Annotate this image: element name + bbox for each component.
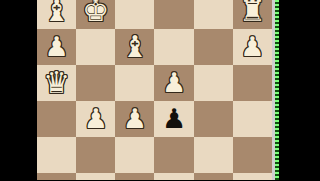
white-bishop-piece[interactable]: ♝ [43,0,70,29]
square-r0-c0[interactable]: ♝ [37,0,76,29]
square-r5-c5[interactable] [233,173,272,181]
square-r4-c0[interactable] [37,137,76,173]
square-r4-c1[interactable] [76,137,115,173]
square-r2-c2[interactable] [115,65,154,101]
square-r1-c4[interactable] [194,29,233,65]
square-r0-c4[interactable] [194,0,233,29]
square-r4-c3[interactable] [154,137,193,173]
chess-board[interactable]: ♝♚♜♟♝♟♛♟♟♟♟ [37,0,272,180]
black-pawn-piece[interactable]: ♟ [162,101,186,137]
square-r3-c4[interactable] [194,101,233,137]
square-r5-c2[interactable] [115,173,154,181]
square-r5-c3[interactable] [154,173,193,181]
letterbox-left [0,0,37,180]
white-pawn-piece[interactable]: ♟ [123,101,147,137]
square-r3-c5[interactable] [233,101,272,137]
square-r3-c3[interactable]: ♟ [154,101,193,137]
square-r2-c1[interactable] [76,65,115,101]
square-r5-c0[interactable] [37,173,76,181]
square-r4-c4[interactable] [194,137,233,173]
square-r3-c1[interactable]: ♟ [76,101,115,137]
white-pawn-piece[interactable]: ♟ [44,29,68,65]
square-r5-c4[interactable] [194,173,233,181]
square-r1-c5[interactable]: ♟ [233,29,272,65]
square-r1-c1[interactable] [76,29,115,65]
square-r4-c5[interactable] [233,137,272,173]
white-queen-piece[interactable]: ♛ [43,65,70,101]
video-frame: ♝♚♜♟♝♟♛♟♟♟♟ [0,0,320,180]
square-r5-c1[interactable] [76,173,115,181]
square-r0-c2[interactable] [115,0,154,29]
white-king-piece[interactable]: ♚ [82,0,109,29]
white-pawn-piece[interactable]: ♟ [162,65,186,101]
square-r0-c1[interactable]: ♚ [76,0,115,29]
square-r1-c0[interactable]: ♟ [37,29,76,65]
white-rook-piece[interactable]: ♜ [239,0,266,29]
square-r4-c2[interactable] [115,137,154,173]
white-pawn-piece[interactable]: ♟ [84,101,108,137]
square-r0-c3[interactable] [154,0,193,29]
square-r3-c2[interactable]: ♟ [115,101,154,137]
letterbox-right [279,0,320,180]
square-r2-c0[interactable]: ♛ [37,65,76,101]
white-pawn-piece[interactable]: ♟ [240,29,264,65]
square-r1-c3[interactable] [154,29,193,65]
square-r2-c4[interactable] [194,65,233,101]
square-r2-c3[interactable]: ♟ [154,65,193,101]
square-r3-c0[interactable] [37,101,76,137]
square-r0-c5[interactable]: ♜ [233,0,272,29]
white-bishop-piece[interactable]: ♝ [121,29,148,65]
square-r1-c2[interactable]: ♝ [115,29,154,65]
square-r2-c5[interactable] [233,65,272,101]
